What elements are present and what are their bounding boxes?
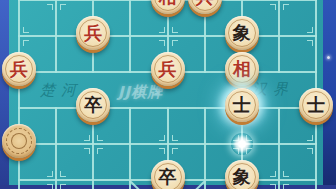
piece-red-elephant[interactable]: 相: [150, 0, 186, 18]
piece-face: 象: [225, 16, 259, 50]
piece-character: 相: [233, 60, 251, 78]
piece-character: 象: [233, 24, 251, 42]
piece-red-elephant[interactable]: 相: [224, 52, 260, 90]
piece-back-face: [2, 124, 36, 158]
piece-red-soldier[interactable]: 兵: [1, 52, 37, 90]
piece-face: 士: [225, 88, 259, 122]
piece-red-soldier[interactable]: 兵: [187, 0, 223, 18]
piece-black-elephant[interactable]: 象: [224, 16, 260, 54]
piece-face: 相: [225, 52, 259, 86]
piece-character: 卒: [159, 168, 177, 186]
piece-face: 士: [299, 88, 333, 122]
piece-red-soldier[interactable]: 兵: [150, 52, 186, 90]
piece-face: 卒: [151, 160, 185, 189]
piece-character: 兵: [196, 0, 214, 6]
piece-face: 象: [225, 160, 259, 189]
pieces-layer: 相兵兵象兵兵相卒士士卒象: [0, 0, 336, 189]
piece-character: 兵: [159, 60, 177, 78]
piece-black-soldier[interactable]: 卒: [75, 88, 111, 126]
piece-character: 士: [233, 96, 251, 114]
face-down-rings: [11, 133, 27, 149]
piece-black-elephant[interactable]: 象: [224, 160, 260, 189]
piece-black-soldier[interactable]: 卒: [150, 160, 186, 189]
piece-face: 卒: [76, 88, 110, 122]
piece-black-advisor[interactable]: 士: [224, 88, 260, 126]
piece-black-advisor[interactable]: 士: [298, 88, 334, 126]
xiangqi-game-screen: 楚河 JJ棋牌 汉界 相兵兵象兵兵相卒士士卒象: [0, 0, 336, 189]
move-indicator-dot[interactable]: [231, 133, 253, 155]
piece-character: 象: [233, 168, 251, 186]
sparkle-ray-horizontal: [233, 143, 251, 145]
piece-character: 相: [159, 0, 177, 6]
piece-face-down-piece[interactable]: [1, 124, 37, 162]
piece-face: 相: [151, 0, 185, 14]
piece-character: 卒: [84, 96, 102, 114]
piece-face: 兵: [188, 0, 222, 14]
piece-face: 兵: [76, 16, 110, 50]
piece-character: 兵: [10, 60, 28, 78]
piece-face: 兵: [2, 52, 36, 86]
piece-character: 兵: [84, 24, 102, 42]
piece-face: 兵: [151, 52, 185, 86]
piece-character: 士: [307, 96, 325, 114]
piece-red-soldier[interactable]: 兵: [75, 16, 111, 54]
